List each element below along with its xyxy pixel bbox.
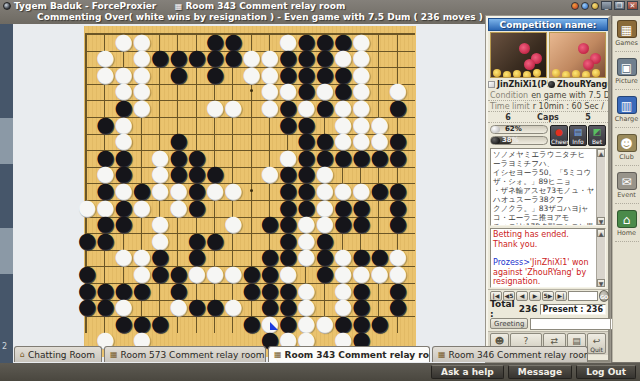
- black-stone: ●: [279, 199, 297, 217]
- black-stone: ●: [133, 315, 151, 333]
- white-stone: ●: [224, 215, 242, 233]
- black-stone: ●: [297, 82, 315, 100]
- black-stone: ●: [297, 33, 315, 51]
- tab-room-343-comment-relay-room[interactable]: ▦Room 343 Comment relay room: [268, 346, 430, 362]
- taskbar-number: 2: [2, 342, 7, 351]
- white-stone: ●: [261, 82, 279, 100]
- star-point: [140, 89, 143, 92]
- total-value: 236: [519, 304, 538, 314]
- betting-ended-text: Betting has ended. Thank you.: [493, 230, 595, 249]
- yellow-flower-decoration: [513, 70, 521, 78]
- yellow-flower-decoration: [503, 71, 511, 78]
- chat-line: ・ザネ輸アスセ73モノュ・ヤハオュスーラ38クフ: [493, 186, 595, 204]
- white-stone: ●: [206, 182, 224, 200]
- last-move-marker: [270, 322, 278, 330]
- black-stone: ●: [297, 165, 315, 183]
- white-stone: ●: [151, 149, 169, 167]
- white-stone: ●: [169, 199, 187, 217]
- white-stone: ●: [389, 265, 407, 283]
- black-stone: ●: [279, 282, 297, 300]
- scroll-up-icon[interactable]: ▲: [597, 229, 605, 237]
- cheer-ball-icon: ●: [551, 127, 567, 138]
- white-stone: ●: [297, 282, 315, 300]
- yellow-flower-decoration: [592, 69, 600, 77]
- tab-chatting-room[interactable]: ⌂Chatting Room: [14, 346, 102, 362]
- black-stone: ●: [316, 232, 334, 250]
- games-icon: ▦: [617, 20, 637, 38]
- betting-scrollbar[interactable]: ▲▼: [596, 229, 605, 287]
- black-stone: ●: [279, 182, 297, 200]
- black-stone: ●: [297, 199, 315, 217]
- go-button[interactable]: GO: [599, 290, 609, 302]
- nav--button[interactable]: ◀: [516, 291, 528, 301]
- black-stone: ●: [261, 282, 279, 300]
- black-stone: ●: [389, 199, 407, 217]
- white-stone: ●: [133, 265, 151, 283]
- black-bet-knob: [491, 137, 500, 144]
- black-stone: ●: [151, 248, 169, 266]
- side-icon-label: Home: [617, 229, 636, 237]
- black-stone: ●: [188, 182, 206, 200]
- side-event-item[interactable]: ✉Event: [615, 172, 639, 204]
- white-bet-bar[interactable]: 62%: [490, 125, 548, 134]
- black-stone: ●: [115, 199, 133, 217]
- black-stone: ●: [96, 116, 114, 134]
- yellow-flower-decoration: [582, 71, 590, 78]
- white-stone: ●: [133, 49, 151, 67]
- black-stone: ●: [352, 248, 370, 266]
- white-stone: ●: [169, 298, 187, 316]
- white-stone: ●: [316, 82, 334, 100]
- black-stone: ●: [261, 265, 279, 283]
- black-stone: ●: [206, 232, 224, 250]
- black-player-photo: [549, 32, 606, 78]
- move-count-row: Total : 236 Present : 236: [488, 302, 608, 316]
- white-stone: ●: [316, 165, 334, 183]
- white-stone: ●: [389, 248, 407, 266]
- competition-header: Competition name:: [488, 18, 608, 31]
- black-stone: ●: [316, 33, 334, 51]
- black-stone: ●: [279, 49, 297, 67]
- black-stone: ●: [206, 33, 224, 51]
- white-stone: ●: [370, 265, 388, 283]
- black-stone: ●: [96, 282, 114, 300]
- side-icon-label: Games: [615, 39, 638, 47]
- white-stone: ●: [115, 33, 133, 51]
- yellow-flower-decoration: [493, 69, 501, 77]
- black-stone: ●: [188, 298, 206, 316]
- scroll-down-icon[interactable]: ▼: [597, 217, 605, 225]
- black-stone: ●: [261, 248, 279, 266]
- tab-label: Room 573 Comment relay room: [121, 350, 265, 360]
- black-stone: ●: [151, 315, 169, 333]
- chat-line: クノクラ。」83ザコハヨjャコ・エーラニ推ヨアモ: [493, 204, 595, 222]
- white-stone: ●: [352, 132, 370, 150]
- chat-line: イシセヨーラ50。「5ミコウザ・シォ。」89ヒニョ: [493, 168, 595, 186]
- close-button[interactable]: ✕: [627, 1, 638, 10]
- globe-icon[interactable]: [581, 2, 589, 10]
- white-stone: ●: [279, 149, 297, 167]
- side-games-item[interactable]: ▦Games: [615, 20, 639, 52]
- black-stone: ●: [115, 282, 133, 300]
- black-stone: ●: [370, 182, 388, 200]
- black-stone: ●: [389, 298, 407, 316]
- black-stone: ●: [297, 116, 315, 134]
- white-stone: ●: [279, 265, 297, 283]
- captures-row: 6 Caps 5: [488, 112, 608, 123]
- white-stone: ●: [352, 66, 370, 84]
- black-stone: ●: [279, 66, 297, 84]
- black-stone: ●: [297, 182, 315, 200]
- black-stone: ●: [115, 315, 133, 333]
- key-icon[interactable]: [591, 2, 599, 10]
- home-icon: ⌂: [20, 350, 25, 359]
- white-stone: ●: [243, 66, 261, 84]
- black-stone: ●: [279, 298, 297, 316]
- game-status-line: Commenting Over( white wins by resignati…: [0, 12, 520, 24]
- tab-room-573-comment-relay-room[interactable]: ▦Room 573 Comment relay room: [104, 346, 266, 362]
- black-stone: ●: [96, 215, 114, 233]
- black-stone: ●: [389, 132, 407, 150]
- white-stone: ●: [334, 99, 352, 117]
- white-stone: ●: [224, 265, 242, 283]
- black-stone: ●: [206, 66, 224, 84]
- tab-label: Room 346 Comment relay room: [449, 350, 588, 360]
- home-icon: ⌂: [617, 210, 637, 228]
- ask-a-help-button[interactable]: Ask a help: [431, 365, 504, 379]
- black-stone: ●: [389, 149, 407, 167]
- white-stone: ●: [96, 49, 114, 67]
- app-window: Tygem Baduk - ForceProxier ▦ Room 343 Co…: [0, 0, 640, 381]
- black-stone: ●: [316, 66, 334, 84]
- scroll-down-icon[interactable]: ▼: [597, 279, 605, 287]
- black-bet-percent: 38%: [502, 137, 519, 144]
- white-stone: ●: [334, 282, 352, 300]
- white-stone: ●: [316, 315, 334, 333]
- black-stone: ●: [279, 99, 297, 117]
- black-stone: ●: [151, 265, 169, 283]
- sequence-icon: ?: [511, 336, 541, 346]
- star-point: [360, 289, 363, 292]
- black-captures: 5: [568, 113, 608, 122]
- white-stone: ●: [151, 182, 169, 200]
- star-point: [140, 289, 143, 292]
- white-stone: ●: [115, 132, 133, 150]
- black-stone: ●: [169, 149, 187, 167]
- left-side-strip: [0, 24, 13, 381]
- nav--button[interactable]: ▶|: [555, 291, 567, 301]
- black-stone: ●: [389, 99, 407, 117]
- tab-room-346-comment-relay-room[interactable]: ▦Room 346 Comment relay room: [432, 346, 588, 362]
- black-stone: ●: [279, 215, 297, 233]
- black-stone: ●: [297, 66, 315, 84]
- black-stone: ●: [334, 149, 352, 167]
- black-stone: ●: [352, 298, 370, 316]
- black-stone: ●: [169, 132, 187, 150]
- black-stone: ●: [279, 315, 297, 333]
- room-title: ▦ Room 343 Comment relay room: [0, 1, 520, 11]
- star-point: [250, 289, 253, 292]
- white-stone: ●: [279, 33, 297, 51]
- nav--button[interactable]: ▶: [529, 291, 541, 301]
- left-strip-handle[interactable]: [0, 118, 13, 164]
- message-button[interactable]: Message: [508, 365, 572, 379]
- white-stone: ●: [370, 132, 388, 150]
- chat-icon: ☻: [491, 336, 508, 346]
- black-stone: ●: [115, 165, 133, 183]
- white-stone: ●: [224, 182, 242, 200]
- yellow-flower-decoration: [572, 70, 580, 78]
- black-stone: ●: [316, 49, 334, 67]
- white-captures: 6: [488, 113, 528, 122]
- black-stone: ●: [151, 49, 169, 67]
- black-stone: ●: [206, 298, 224, 316]
- bet-dice-icon: ◩: [589, 127, 605, 138]
- event-icon: ✉: [617, 172, 637, 190]
- club-icon: ☻: [617, 134, 637, 152]
- white-bet-knob: [491, 126, 500, 133]
- go-board[interactable]: ●●●●●●●●●●●●●●●●●●●●●●●●●●●●●●●●●●●●●●●●…: [84, 26, 416, 357]
- black-stone: ●: [279, 248, 297, 266]
- white-stone: ●: [206, 265, 224, 283]
- white-stone: ●: [297, 248, 315, 266]
- white-stone: ●: [224, 298, 242, 316]
- rose-flower-decoration: [519, 43, 530, 54]
- black-stone: ●: [316, 248, 334, 266]
- black-stone: ●: [352, 215, 370, 233]
- white-stone: ●: [316, 215, 334, 233]
- white-stone: ●: [297, 315, 315, 333]
- board-icon: ▦: [175, 2, 183, 11]
- black-stone: ●: [389, 282, 407, 300]
- white-stone: ●: [261, 165, 279, 183]
- nav-5-button[interactable]: 5▶: [542, 291, 554, 301]
- action-label: Quit: [590, 346, 603, 353]
- black-stone: ●: [297, 149, 315, 167]
- white-stone: ●: [297, 232, 315, 250]
- side-icon-label: Event: [617, 191, 636, 199]
- caps-label: Caps: [528, 113, 568, 122]
- rose-flower-decoration: [578, 43, 589, 54]
- black-stone: ●: [261, 215, 279, 233]
- bottom-bar: Ask a helpMessageLog Out: [0, 363, 640, 381]
- black-stone: ●: [334, 315, 352, 333]
- result-line-2: The result will not be changed, in accor…: [493, 287, 595, 289]
- side-icon-label: Picture: [615, 77, 637, 85]
- black-stone: ●: [316, 265, 334, 283]
- betting-result-log[interactable]: Betting has ended. Thank you.Prozess>'Ji…: [490, 228, 606, 288]
- white-stone: ●: [96, 66, 114, 84]
- info-button[interactable]: ▤Info: [569, 125, 587, 146]
- condition-row: Condition en game with 7.5 D: [488, 90, 608, 101]
- white-player-photo: [490, 32, 547, 78]
- black-stone: ●: [96, 298, 114, 316]
- white-stone: ●: [115, 66, 133, 84]
- white-player-name-row[interactable]: JinZhiXi1(P!: [488, 80, 548, 89]
- star-point: [360, 189, 363, 192]
- black-stone: ●: [188, 199, 206, 217]
- black-stone: ●: [352, 315, 370, 333]
- black-stone-icon: [548, 81, 555, 88]
- black-stone: ●: [370, 248, 388, 266]
- white-stone: ●: [133, 248, 151, 266]
- white-stone: ●: [261, 99, 279, 117]
- board-icon: ▦: [110, 350, 118, 359]
- white-stone: ●: [334, 248, 352, 266]
- menu-icon: ▤: [568, 336, 585, 346]
- rose-flower-decoration: [583, 59, 594, 70]
- black-stone: ●: [188, 232, 206, 250]
- white-stone: ●: [224, 99, 242, 117]
- black-stone: ●: [169, 282, 187, 300]
- scroll-up-icon[interactable]: ▲: [597, 149, 605, 157]
- white-stone: ●: [279, 82, 297, 100]
- side-icon-label: Club: [619, 153, 634, 161]
- white-stone: ●: [334, 49, 352, 67]
- black-stone: ●: [243, 265, 261, 283]
- restore-button[interactable]: ❐: [614, 1, 625, 10]
- black-stone: ●: [316, 132, 334, 150]
- white-stone: ●: [96, 165, 114, 183]
- chat-line: ーラヨミチフハ、: [493, 159, 595, 168]
- cheer-button[interactable]: ●Cheer: [550, 125, 568, 146]
- black-stone: ●: [279, 232, 297, 250]
- time-limit-row: Time limit r 10min : 60 Sec /: [488, 101, 608, 112]
- go-board-grid: ●●●●●●●●●●●●●●●●●●●●●●●●●●●●●●●●●●●●●●●●…: [85, 33, 415, 333]
- yellow-flower-decoration: [533, 69, 541, 77]
- star-point: [250, 189, 253, 192]
- present-move-box: Present : 236: [540, 304, 606, 315]
- yellow-flower-decoration: [523, 71, 531, 78]
- white-stone: ●: [261, 66, 279, 84]
- white-stone: ●: [316, 182, 334, 200]
- white-stone: ●: [115, 182, 133, 200]
- yellow-flower-decoration: [552, 69, 560, 77]
- review-icon: ⇄: [544, 336, 565, 346]
- black-stone: ●: [169, 66, 187, 84]
- white-stone: ●: [115, 116, 133, 134]
- white-stone: ●: [243, 49, 261, 67]
- quit-button[interactable]: ↩Quit: [587, 333, 606, 354]
- tab-label: Chatting Room: [28, 350, 95, 360]
- black-stone: ●: [169, 265, 187, 283]
- black-stone: ●: [169, 49, 187, 67]
- side-picture-item[interactable]: ▣Picture: [615, 58, 639, 90]
- game-info-panel: Competition name: JinZhiXi1(P! ZhouRYang…: [486, 16, 610, 362]
- charge-icon: ▥: [617, 96, 637, 114]
- board-icon: ▦: [274, 350, 282, 359]
- white-stone: ●: [188, 265, 206, 283]
- white-stone: ●: [151, 165, 169, 183]
- white-stone: ●: [261, 49, 279, 67]
- black-stone: ●: [115, 99, 133, 117]
- black-stone: ●: [316, 149, 334, 167]
- side-charge-item[interactable]: ▥Charge: [615, 96, 639, 128]
- black-stone: ●: [96, 149, 114, 167]
- white-stone: ●: [169, 182, 187, 200]
- white-stone: ●: [133, 33, 151, 51]
- black-stone: ●: [279, 116, 297, 134]
- minimize-button[interactable]: _: [601, 1, 612, 10]
- white-stone: ●: [133, 66, 151, 84]
- left-strip-handle[interactable]: [0, 228, 13, 274]
- black-stone: ●: [334, 215, 352, 233]
- bet-button[interactable]: ◩Bet: [588, 125, 606, 146]
- white-stone: ●: [297, 298, 315, 316]
- star-point: [360, 89, 363, 92]
- star-point: [250, 89, 253, 92]
- side-club-item[interactable]: ☻Club: [615, 134, 639, 166]
- chat-line: ソノメヤミエラウニタチヒ: [493, 150, 595, 159]
- black-stone: ●: [297, 132, 315, 150]
- log-out-button[interactable]: Log Out: [576, 365, 636, 379]
- black-stone: ●: [96, 182, 114, 200]
- black-stone: ●: [297, 49, 315, 67]
- white-bet-percent: 62%: [505, 126, 522, 133]
- quit-icon: ↩: [588, 336, 605, 346]
- star-point: [140, 189, 143, 192]
- white-stone: ●: [352, 265, 370, 283]
- black-stone: ●: [188, 248, 206, 266]
- black-bet-bar[interactable]: 38%: [490, 136, 548, 145]
- black-stone: ●: [352, 149, 370, 167]
- white-stone: ●: [297, 99, 315, 117]
- black-stone: ●: [389, 182, 407, 200]
- black-stone: ●: [243, 315, 261, 333]
- rose-flower-decoration: [524, 59, 535, 70]
- white-stone: ●: [352, 116, 370, 134]
- white-stone: ●: [115, 82, 133, 100]
- black-stone: ●: [261, 298, 279, 316]
- black-stone: ●: [334, 33, 352, 51]
- black-stone: ●: [188, 49, 206, 67]
- black-stone: ●: [334, 66, 352, 84]
- board-icon: ▦: [438, 350, 446, 359]
- side-home-item[interactable]: ⌂Home: [615, 210, 639, 242]
- white-stone: ●: [334, 132, 352, 150]
- black-stone: ●: [224, 49, 242, 67]
- greeting-button[interactable]: Greeting: [490, 318, 528, 329]
- compass-icon[interactable]: [571, 2, 579, 10]
- white-stone: ●: [334, 182, 352, 200]
- black-stone: ●: [188, 149, 206, 167]
- black-stone: ●: [279, 165, 297, 183]
- black-player-name-row[interactable]: ZhouRYang(P!: [548, 80, 608, 89]
- black-stone: ●: [389, 215, 407, 233]
- white-stone: ●: [334, 265, 352, 283]
- black-stone: ●: [370, 149, 388, 167]
- chat-scrollbar[interactable]: ▲▼: [596, 149, 605, 225]
- black-stone: ●: [370, 315, 388, 333]
- black-stone: ●: [316, 99, 334, 117]
- move-number-input[interactable]: [568, 291, 598, 301]
- white-stone: ●: [115, 298, 133, 316]
- yellow-flower-decoration: [562, 71, 570, 78]
- white-stone: ●: [389, 82, 407, 100]
- white-stone: ●: [316, 199, 334, 217]
- tab-label: Room 343 Comment relay room: [285, 350, 430, 360]
- chat-line: チハニjヤ17Bク獣マシニヒ黒ネネモ: [493, 222, 595, 226]
- white-stone: ●: [133, 199, 151, 217]
- chat-log[interactable]: ソノメヤミエラウニタチヒーラヨミチフハ、イシセヨーラ50。「5ミコウザ・シォ。」…: [490, 148, 606, 226]
- white-stone: ●: [352, 33, 370, 51]
- white-stone: ●: [334, 298, 352, 316]
- process-label: Prozess>: [493, 258, 530, 267]
- white-stone: ●: [352, 99, 370, 117]
- info-bbs-icon: ▤: [570, 127, 586, 138]
- black-stone: ●: [169, 165, 187, 183]
- black-stone: ●: [115, 215, 133, 233]
